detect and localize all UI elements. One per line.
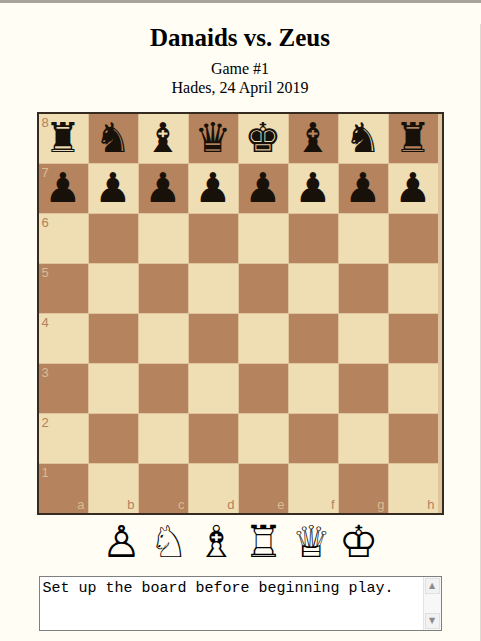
square-b4[interactable]	[89, 314, 138, 363]
subtitle-game-number: Game #1	[0, 59, 480, 78]
piece-black-pawn: ♟	[289, 164, 338, 213]
square-c1[interactable]: c	[139, 464, 188, 513]
up-arrow-icon: ▲	[429, 581, 435, 590]
square-b8[interactable]: ♞	[89, 114, 138, 163]
tray-piece-white-queen[interactable]: ♕	[291, 516, 330, 567]
square-a6[interactable]: 6	[39, 214, 88, 263]
square-d4[interactable]	[189, 314, 238, 363]
square-e6[interactable]	[239, 214, 288, 263]
square-f3[interactable]	[289, 364, 338, 413]
square-a7[interactable]: 7♟	[39, 164, 88, 213]
file-label-c: c	[178, 498, 185, 511]
square-e2[interactable]	[239, 414, 288, 463]
file-label-a: a	[77, 498, 84, 511]
tray-piece-white-bishop[interactable]: ♗	[197, 516, 236, 567]
piece-black-rook: ♜	[389, 114, 438, 163]
piece-black-pawn: ♟	[239, 164, 288, 213]
square-c7[interactable]: ♟	[139, 164, 188, 213]
square-g5[interactable]	[339, 264, 388, 313]
file-label-e: e	[277, 498, 284, 511]
down-arrow-icon: ▼	[429, 616, 435, 625]
square-b6[interactable]	[89, 214, 138, 263]
square-h1[interactable]: h	[389, 464, 438, 513]
square-g8[interactable]: ♞	[339, 114, 388, 163]
square-g1[interactable]: g	[339, 464, 388, 513]
file-label-g: g	[377, 498, 384, 511]
square-e5[interactable]	[239, 264, 288, 313]
square-c8[interactable]: ♝	[139, 114, 188, 163]
piece-black-pawn: ♟	[389, 164, 438, 213]
rank-label-1: 1	[42, 466, 49, 479]
rank-label-3: 3	[42, 366, 49, 379]
rank-label-5: 5	[42, 266, 49, 279]
square-c5[interactable]	[139, 264, 188, 313]
page: Danaids vs. Zeus Game #1 Hades, 24 April…	[0, 24, 481, 641]
message-scrollbar[interactable]: ▲ ▼	[423, 577, 441, 630]
square-f7[interactable]: ♟	[289, 164, 338, 213]
rank-label-8: 8	[42, 116, 49, 129]
square-f6[interactable]	[289, 214, 338, 263]
square-h4[interactable]	[389, 314, 438, 363]
piece-black-king: ♚	[239, 114, 288, 163]
square-h7[interactable]: ♟	[389, 164, 438, 213]
message-text: Set up the board before beginning play.	[43, 580, 421, 598]
piece-black-pawn: ♟	[189, 164, 238, 213]
file-label-b: b	[127, 498, 134, 511]
square-a1[interactable]: 1a	[39, 464, 88, 513]
scrollbar-down-button[interactable]: ▼	[425, 613, 440, 629]
file-label-d: d	[227, 498, 234, 511]
square-b1[interactable]: b	[89, 464, 138, 513]
piece-black-bishop: ♝	[139, 114, 188, 163]
piece-black-pawn: ♟	[89, 164, 138, 213]
piece-black-pawn: ♟	[139, 164, 188, 213]
square-h5[interactable]	[389, 264, 438, 313]
chess-board: 8♜♞♝♛♚♝♞♜7♟♟♟♟♟♟♟♟654321abcdefgh	[37, 112, 444, 515]
square-g4[interactable]	[339, 314, 388, 363]
square-a8[interactable]: 8♜	[39, 114, 88, 163]
header: Danaids vs. Zeus Game #1 Hades, 24 April…	[0, 24, 480, 97]
rank-label-2: 2	[42, 416, 49, 429]
square-b5[interactable]	[89, 264, 138, 313]
square-f2[interactable]	[289, 414, 338, 463]
square-c6[interactable]	[139, 214, 188, 263]
piece-black-knight: ♞	[339, 114, 388, 163]
square-b3[interactable]	[89, 364, 138, 413]
square-h3[interactable]	[389, 364, 438, 413]
square-e3[interactable]	[239, 364, 288, 413]
file-label-f: f	[331, 498, 335, 511]
scrollbar-up-button[interactable]: ▲	[425, 578, 440, 594]
square-d7[interactable]: ♟	[189, 164, 238, 213]
square-d5[interactable]	[189, 264, 238, 313]
square-g3[interactable]	[339, 364, 388, 413]
tray-piece-white-knight[interactable]: ♘	[149, 516, 188, 567]
tray-piece-white-rook[interactable]: ♖	[244, 516, 283, 567]
square-d3[interactable]	[189, 364, 238, 413]
subtitle-venue-date: Hades, 24 April 2019	[0, 78, 480, 97]
tray-piece-white-king[interactable]: ♔	[339, 516, 378, 567]
square-f1[interactable]: f	[289, 464, 338, 513]
square-b2[interactable]	[89, 414, 138, 463]
piece-black-bishop: ♝	[289, 114, 338, 163]
piece-black-pawn: ♟	[339, 164, 388, 213]
square-c2[interactable]	[139, 414, 188, 463]
page-title: Danaids vs. Zeus	[0, 24, 480, 52]
square-f4[interactable]	[289, 314, 338, 363]
square-e8[interactable]: ♚	[239, 114, 288, 163]
rank-label-7: 7	[42, 166, 49, 179]
white-piece-tray: ♙♘♗♖♕♔	[0, 516, 480, 568]
rank-label-4: 4	[42, 316, 49, 329]
square-g7[interactable]: ♟	[339, 164, 388, 213]
square-c4[interactable]	[139, 314, 188, 363]
tray-piece-white-pawn[interactable]: ♙	[102, 516, 141, 567]
square-a3[interactable]: 3	[39, 364, 88, 413]
piece-black-queen: ♛	[189, 114, 238, 163]
file-label-h: h	[427, 498, 434, 511]
square-f5[interactable]	[289, 264, 338, 313]
square-e1[interactable]: e	[239, 464, 288, 513]
square-d8[interactable]: ♛	[189, 114, 238, 163]
square-d1[interactable]: d	[189, 464, 238, 513]
square-e7[interactable]: ♟	[239, 164, 288, 213]
message-box[interactable]: Set up the board before beginning play. …	[39, 576, 442, 631]
window-top-border	[0, 0, 481, 3]
square-e4[interactable]	[239, 314, 288, 363]
rank-label-6: 6	[42, 216, 49, 229]
square-c3[interactable]	[139, 364, 188, 413]
square-g6[interactable]	[339, 214, 388, 263]
square-h6[interactable]	[389, 214, 438, 263]
square-b7[interactable]: ♟	[89, 164, 138, 213]
square-g2[interactable]	[339, 414, 388, 463]
square-d6[interactable]	[189, 214, 238, 263]
square-a2[interactable]: 2	[39, 414, 88, 463]
square-d2[interactable]	[189, 414, 238, 463]
square-h2[interactable]	[389, 414, 438, 463]
piece-black-knight: ♞	[89, 114, 138, 163]
square-h8[interactable]: ♜	[389, 114, 438, 163]
square-f8[interactable]: ♝	[289, 114, 338, 163]
square-a5[interactable]: 5	[39, 264, 88, 313]
square-a4[interactable]: 4	[39, 314, 88, 363]
